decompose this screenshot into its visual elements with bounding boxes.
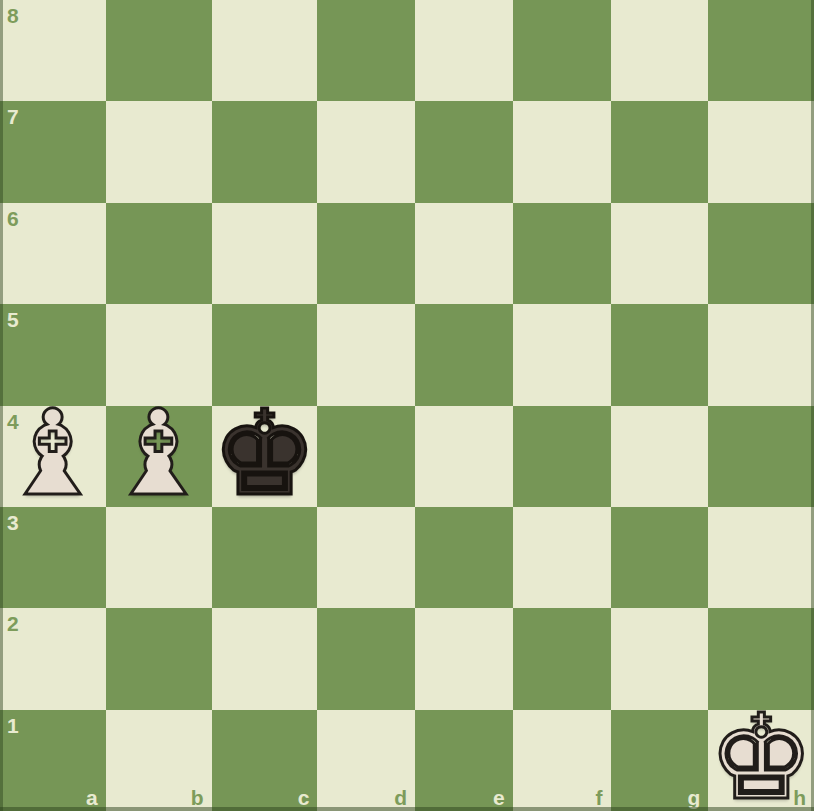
square-d4[interactable] bbox=[317, 406, 415, 507]
square-b2[interactable] bbox=[106, 608, 212, 709]
square-g1[interactable]: g bbox=[611, 710, 709, 811]
square-e7[interactable] bbox=[415, 101, 513, 202]
square-a1[interactable]: 1a bbox=[0, 710, 106, 811]
square-d7[interactable] bbox=[317, 101, 415, 202]
square-e3[interactable] bbox=[415, 507, 513, 608]
square-c3[interactable] bbox=[212, 507, 318, 608]
square-c2[interactable] bbox=[212, 608, 318, 709]
white-bishop[interactable]: ♝ bbox=[106, 403, 212, 504]
square-h6[interactable] bbox=[708, 203, 814, 304]
square-f1[interactable]: f bbox=[513, 710, 611, 811]
file-label-f: f bbox=[596, 787, 603, 808]
white-king[interactable]: ♚ bbox=[708, 707, 814, 808]
square-a4[interactable]: 4♝ bbox=[0, 406, 106, 507]
square-c6[interactable] bbox=[212, 203, 318, 304]
square-e5[interactable] bbox=[415, 304, 513, 405]
file-label-a: a bbox=[86, 787, 98, 808]
square-e8[interactable] bbox=[415, 0, 513, 101]
square-f5[interactable] bbox=[513, 304, 611, 405]
rank-label-7: 7 bbox=[7, 106, 19, 127]
square-f7[interactable] bbox=[513, 101, 611, 202]
square-d2[interactable] bbox=[317, 608, 415, 709]
square-d3[interactable] bbox=[317, 507, 415, 608]
square-c7[interactable] bbox=[212, 101, 318, 202]
square-a8[interactable]: 8 bbox=[0, 0, 106, 101]
rank-label-8: 8 bbox=[7, 5, 19, 26]
square-g7[interactable] bbox=[611, 101, 709, 202]
square-e4[interactable] bbox=[415, 406, 513, 507]
file-label-c: c bbox=[298, 787, 310, 808]
square-g3[interactable] bbox=[611, 507, 709, 608]
square-d6[interactable] bbox=[317, 203, 415, 304]
square-c4[interactable]: ♚ bbox=[212, 406, 318, 507]
white-bishop[interactable]: ♝ bbox=[0, 403, 106, 504]
square-b1[interactable]: b bbox=[106, 710, 212, 811]
square-e1[interactable]: e bbox=[415, 710, 513, 811]
file-label-d: d bbox=[394, 787, 407, 808]
square-h3[interactable] bbox=[708, 507, 814, 608]
square-b6[interactable] bbox=[106, 203, 212, 304]
rank-label-6: 6 bbox=[7, 208, 19, 229]
square-g8[interactable] bbox=[611, 0, 709, 101]
square-a7[interactable]: 7 bbox=[0, 101, 106, 202]
rank-label-1: 1 bbox=[7, 715, 19, 736]
square-e6[interactable] bbox=[415, 203, 513, 304]
square-f8[interactable] bbox=[513, 0, 611, 101]
square-h1[interactable]: h♚ bbox=[708, 710, 814, 811]
square-b8[interactable] bbox=[106, 0, 212, 101]
square-b3[interactable] bbox=[106, 507, 212, 608]
square-d1[interactable]: d bbox=[317, 710, 415, 811]
square-f4[interactable] bbox=[513, 406, 611, 507]
square-f6[interactable] bbox=[513, 203, 611, 304]
square-d8[interactable] bbox=[317, 0, 415, 101]
square-b7[interactable] bbox=[106, 101, 212, 202]
file-label-e: e bbox=[493, 787, 505, 808]
square-h7[interactable] bbox=[708, 101, 814, 202]
file-label-g: g bbox=[687, 787, 700, 808]
file-label-b: b bbox=[191, 787, 204, 808]
square-g4[interactable] bbox=[611, 406, 709, 507]
black-king[interactable]: ♚ bbox=[212, 403, 318, 504]
chess-board: 87654♝♝♚321abcdefgh♚ bbox=[0, 0, 814, 811]
square-b4[interactable]: ♝ bbox=[106, 406, 212, 507]
square-h8[interactable] bbox=[708, 0, 814, 101]
square-a2[interactable]: 2 bbox=[0, 608, 106, 709]
square-g6[interactable] bbox=[611, 203, 709, 304]
square-a6[interactable]: 6 bbox=[0, 203, 106, 304]
rank-label-2: 2 bbox=[7, 613, 19, 634]
rank-label-5: 5 bbox=[7, 309, 19, 330]
square-a3[interactable]: 3 bbox=[0, 507, 106, 608]
square-f2[interactable] bbox=[513, 608, 611, 709]
square-e2[interactable] bbox=[415, 608, 513, 709]
square-f3[interactable] bbox=[513, 507, 611, 608]
square-g5[interactable] bbox=[611, 304, 709, 405]
square-c8[interactable] bbox=[212, 0, 318, 101]
square-h5[interactable] bbox=[708, 304, 814, 405]
square-h4[interactable] bbox=[708, 406, 814, 507]
square-d5[interactable] bbox=[317, 304, 415, 405]
square-g2[interactable] bbox=[611, 608, 709, 709]
square-c1[interactable]: c bbox=[212, 710, 318, 811]
